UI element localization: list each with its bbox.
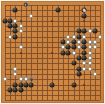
black-stone <box>82 45 87 50</box>
black-stone <box>18 82 23 87</box>
white-stone <box>61 45 66 50</box>
black-stone <box>66 50 71 55</box>
black-stone <box>61 50 66 55</box>
go-board[interactable]: BAC <box>1 1 104 103</box>
white-stone <box>77 40 82 45</box>
screenshot-root: { "game": "go", "app": {"view_label": "g… <box>0 0 105 104</box>
white-stone <box>87 45 92 50</box>
white-stone <box>82 34 87 39</box>
black-stone <box>77 34 82 39</box>
black-stone <box>71 40 76 45</box>
black-stone <box>77 66 82 71</box>
grid-line-horizontal <box>5 100 101 101</box>
white-stone <box>77 45 82 50</box>
black-stone <box>29 82 34 87</box>
grid-line-horizontal <box>5 95 101 96</box>
black-stone <box>55 8 60 13</box>
black-stone <box>13 24 18 29</box>
white-stone <box>82 61 87 66</box>
white-stone <box>18 45 23 50</box>
white-stone <box>71 50 76 55</box>
white-stone <box>66 34 71 39</box>
white-stone <box>13 66 18 71</box>
grid-line-vertical <box>100 5 101 101</box>
white-stone <box>29 13 34 18</box>
white-stone <box>2 77 7 82</box>
black-stone <box>77 56 82 61</box>
black-stone <box>2 18 7 23</box>
white-stone <box>13 18 18 23</box>
black-stone <box>50 82 55 87</box>
black-stone <box>13 34 18 39</box>
white-stone <box>92 45 97 50</box>
grid-line-vertical <box>79 5 80 101</box>
black-stone <box>8 18 13 23</box>
black-stone <box>77 29 82 34</box>
white-stone <box>87 66 92 71</box>
black-stone <box>82 50 87 55</box>
black-stone <box>71 82 76 87</box>
white-stone <box>87 29 92 34</box>
white-stone <box>98 34 103 39</box>
black-stone <box>82 40 87 45</box>
white-stone <box>71 34 76 39</box>
board-frame: BAC <box>0 0 105 104</box>
black-stone <box>77 71 82 76</box>
black-stone <box>13 29 18 34</box>
black-stone <box>13 8 18 13</box>
white-stone: B <box>23 2 28 7</box>
white-stone <box>92 71 97 76</box>
black-stone <box>8 24 13 29</box>
black-stone <box>82 29 87 34</box>
star-point <box>20 20 22 22</box>
black-stone <box>13 82 18 87</box>
grid-line-vertical <box>58 5 59 101</box>
white-stone <box>92 40 97 45</box>
white-stone <box>13 71 18 76</box>
black-stone <box>82 13 87 18</box>
white-stone <box>18 77 23 82</box>
black-stone <box>61 40 66 45</box>
black-stone: A <box>82 8 87 13</box>
white-stone <box>87 50 92 55</box>
star-point <box>83 20 85 22</box>
star-point <box>51 20 53 22</box>
black-stone <box>13 87 18 92</box>
black-stone <box>18 87 23 92</box>
black-stone <box>71 45 76 50</box>
grid-line-vertical <box>95 5 96 101</box>
circled-label-c: C <box>29 77 33 81</box>
white-stone <box>82 66 87 71</box>
black-stone <box>8 87 13 92</box>
circled-label-b: B <box>24 3 28 7</box>
white-stone <box>18 29 23 34</box>
black-stone <box>66 45 71 50</box>
grid-line-horizontal <box>5 74 101 75</box>
black-stone <box>71 61 76 66</box>
black-stone <box>92 29 97 34</box>
star-point <box>20 52 22 54</box>
black-stone <box>23 82 28 87</box>
white-stone: C <box>29 77 34 82</box>
white-stone <box>8 34 13 39</box>
white-stone <box>66 40 71 45</box>
white-stone <box>18 24 23 29</box>
white-stone <box>23 77 28 82</box>
circled-label-a: A <box>83 8 87 12</box>
white-stone <box>87 40 92 45</box>
white-stone <box>87 56 92 61</box>
star-point <box>51 52 53 54</box>
star-point <box>83 84 85 86</box>
white-stone <box>87 61 92 66</box>
black-stone <box>82 56 87 61</box>
